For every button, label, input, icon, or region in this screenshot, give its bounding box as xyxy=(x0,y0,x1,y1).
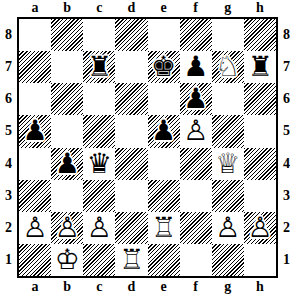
black-queen-c4[interactable]: ♛♛ xyxy=(83,148,115,180)
square-c3[interactable] xyxy=(83,180,115,212)
rank-label-2-right: 2 xyxy=(278,212,295,244)
square-a1[interactable] xyxy=(19,244,51,276)
file-label-a-bottom: a xyxy=(19,278,51,295)
square-h7[interactable]: ♜♜ xyxy=(244,51,276,83)
white-knight-g7[interactable]: ♞♘ xyxy=(212,51,244,83)
square-a8[interactable] xyxy=(19,19,51,51)
square-e8[interactable] xyxy=(148,19,180,51)
square-a3[interactable] xyxy=(19,180,51,212)
square-g1[interactable] xyxy=(212,244,244,276)
file-label-h-bottom: h xyxy=(244,278,276,295)
square-h1[interactable] xyxy=(244,244,276,276)
square-h8[interactable] xyxy=(244,19,276,51)
piece-glyph: ♜ xyxy=(244,51,276,83)
square-f3[interactable] xyxy=(180,180,212,212)
black-rook-c7[interactable]: ♜♜ xyxy=(83,51,115,83)
piece-glyph: ♙ xyxy=(51,212,83,244)
piece-glyph: ♟ xyxy=(180,83,212,115)
file-label-b-top: b xyxy=(51,0,83,16)
rank-label-8-left: 8 xyxy=(0,19,17,51)
file-labels-top: abcdefgh xyxy=(19,0,276,16)
board-frame: ♜♜♚♚♟♟♞♘♜♜♟♟♟♟♟♟♟♙♟♟♛♛♛♕♟♙♟♙♟♙♜♖♟♙♟♙♚♔♜♖ xyxy=(17,17,278,278)
square-a2[interactable]: ♟♙ xyxy=(19,212,51,244)
square-c6[interactable] xyxy=(83,83,115,115)
square-a4[interactable] xyxy=(19,148,51,180)
white-queen-g4[interactable]: ♛♕ xyxy=(212,148,244,180)
square-g4[interactable]: ♛♕ xyxy=(212,148,244,180)
file-label-d-top: d xyxy=(115,0,147,16)
square-d7[interactable] xyxy=(115,51,147,83)
piece-glyph: ♟ xyxy=(148,115,180,147)
square-b2[interactable]: ♟♙ xyxy=(51,212,83,244)
piece-glyph: ♔ xyxy=(51,244,83,276)
square-d5[interactable] xyxy=(115,115,147,147)
rank-labels-right: 87654321 xyxy=(278,19,295,276)
square-d2[interactable] xyxy=(115,212,147,244)
square-b4[interactable]: ♟♟ xyxy=(51,148,83,180)
square-d6[interactable] xyxy=(115,83,147,115)
black-pawn-f6[interactable]: ♟♟ xyxy=(180,83,212,115)
square-c5[interactable] xyxy=(83,115,115,147)
piece-glyph: ♙ xyxy=(180,115,212,147)
file-labels-bottom: abcdefgh xyxy=(19,278,276,295)
square-f8[interactable] xyxy=(180,19,212,51)
piece-glyph: ♙ xyxy=(83,212,115,244)
square-b6[interactable] xyxy=(51,83,83,115)
piece-glyph: ♖ xyxy=(148,212,180,244)
square-h5[interactable] xyxy=(244,115,276,147)
square-f4[interactable] xyxy=(180,148,212,180)
square-f7[interactable]: ♟♟ xyxy=(180,51,212,83)
black-pawn-e5[interactable]: ♟♟ xyxy=(148,115,180,147)
square-b7[interactable] xyxy=(51,51,83,83)
rank-label-3-left: 3 xyxy=(0,180,17,212)
piece-glyph: ♙ xyxy=(244,212,276,244)
black-rook-h7[interactable]: ♜♜ xyxy=(244,51,276,83)
square-e7[interactable]: ♚♚ xyxy=(148,51,180,83)
white-pawn-g2[interactable]: ♟♙ xyxy=(212,212,244,244)
square-d3[interactable] xyxy=(115,180,147,212)
rank-label-5-left: 5 xyxy=(0,115,17,147)
rank-label-6-left: 6 xyxy=(0,83,17,115)
rank-label-5-right: 5 xyxy=(278,115,295,147)
square-d8[interactable] xyxy=(115,19,147,51)
square-c7[interactable]: ♜♜ xyxy=(83,51,115,83)
square-h6[interactable] xyxy=(244,83,276,115)
square-g8[interactable] xyxy=(212,19,244,51)
black-king-e7[interactable]: ♚♚ xyxy=(148,51,180,83)
piece-glyph: ♟ xyxy=(19,115,51,147)
piece-glyph: ♘ xyxy=(212,51,244,83)
square-g6[interactable] xyxy=(212,83,244,115)
black-pawn-a5[interactable]: ♟♟ xyxy=(19,115,51,147)
file-label-c-top: c xyxy=(83,0,115,16)
file-label-b-bottom: b xyxy=(51,278,83,295)
rank-labels-left: 87654321 xyxy=(0,19,17,276)
square-c1[interactable] xyxy=(83,244,115,276)
white-rook-e2[interactable]: ♜♖ xyxy=(148,212,180,244)
file-label-h-top: h xyxy=(244,0,276,16)
square-g7[interactable]: ♞♘ xyxy=(212,51,244,83)
rank-label-8-right: 8 xyxy=(278,19,295,51)
file-label-f-top: f xyxy=(180,0,212,16)
square-c8[interactable] xyxy=(83,19,115,51)
white-pawn-c2[interactable]: ♟♙ xyxy=(83,212,115,244)
piece-glyph: ♟ xyxy=(51,148,83,180)
square-e1[interactable] xyxy=(148,244,180,276)
piece-glyph: ♛ xyxy=(83,148,115,180)
square-d4[interactable] xyxy=(115,148,147,180)
white-rook-d1[interactable]: ♜♖ xyxy=(115,244,147,276)
piece-glyph: ♙ xyxy=(212,212,244,244)
square-b5[interactable] xyxy=(51,115,83,147)
square-h2[interactable]: ♟♙ xyxy=(244,212,276,244)
square-h3[interactable] xyxy=(244,180,276,212)
white-pawn-h2[interactable]: ♟♙ xyxy=(244,212,276,244)
piece-glyph: ♙ xyxy=(19,212,51,244)
square-e3[interactable] xyxy=(148,180,180,212)
square-e4[interactable] xyxy=(148,148,180,180)
file-label-c-bottom: c xyxy=(83,278,115,295)
square-e6[interactable] xyxy=(148,83,180,115)
black-pawn-b4[interactable]: ♟♟ xyxy=(51,148,83,180)
piece-glyph: ♖ xyxy=(115,244,147,276)
black-pawn-f7[interactable]: ♟♟ xyxy=(180,51,212,83)
square-e5[interactable]: ♟♟ xyxy=(148,115,180,147)
white-king-b1[interactable]: ♚♔ xyxy=(51,244,83,276)
rank-label-2-left: 2 xyxy=(0,212,17,244)
white-pawn-b2[interactable]: ♟♙ xyxy=(51,212,83,244)
square-d1[interactable]: ♜♖ xyxy=(115,244,147,276)
white-pawn-a2[interactable]: ♟♙ xyxy=(19,212,51,244)
square-f5[interactable]: ♟♙ xyxy=(180,115,212,147)
rank-label-4-left: 4 xyxy=(0,148,17,180)
square-g5[interactable] xyxy=(212,115,244,147)
rank-label-1-right: 1 xyxy=(278,244,295,276)
file-label-a-top: a xyxy=(19,0,51,16)
square-b3[interactable] xyxy=(51,180,83,212)
square-b8[interactable] xyxy=(51,19,83,51)
square-f6[interactable]: ♟♟ xyxy=(180,83,212,115)
rank-label-7-left: 7 xyxy=(0,51,17,83)
chess-diagram: abcdefgh 87654321 ♜♜♚♚♟♟♞♘♜♜♟♟♟♟♟♟♟♙♟♟♛♛… xyxy=(0,0,295,295)
square-c4[interactable]: ♛♛ xyxy=(83,148,115,180)
piece-glyph: ♟ xyxy=(180,51,212,83)
square-a6[interactable] xyxy=(19,83,51,115)
piece-glyph: ♚ xyxy=(148,51,180,83)
square-a5[interactable]: ♟♟ xyxy=(19,115,51,147)
rank-label-6-right: 6 xyxy=(278,83,295,115)
file-label-e-top: e xyxy=(148,0,180,16)
square-f2[interactable] xyxy=(180,212,212,244)
square-b1[interactable]: ♚♔ xyxy=(51,244,83,276)
square-g2[interactable]: ♟♙ xyxy=(212,212,244,244)
piece-glyph: ♕ xyxy=(212,148,244,180)
file-label-f-bottom: f xyxy=(180,278,212,295)
file-label-e-bottom: e xyxy=(148,278,180,295)
file-label-g-top: g xyxy=(212,0,244,16)
white-pawn-f5[interactable]: ♟♙ xyxy=(180,115,212,147)
rank-label-4-right: 4 xyxy=(278,148,295,180)
square-h4[interactable] xyxy=(244,148,276,180)
file-label-g-bottom: g xyxy=(212,278,244,295)
square-g3[interactable] xyxy=(212,180,244,212)
square-a7[interactable] xyxy=(19,51,51,83)
piece-glyph: ♜ xyxy=(83,51,115,83)
rank-label-3-right: 3 xyxy=(278,180,295,212)
square-f1[interactable] xyxy=(180,244,212,276)
square-c2[interactable]: ♟♙ xyxy=(83,212,115,244)
chess-board: ♜♜♚♚♟♟♞♘♜♜♟♟♟♟♟♟♟♙♟♟♛♛♛♕♟♙♟♙♟♙♜♖♟♙♟♙♚♔♜♖ xyxy=(19,19,276,276)
rank-label-7-right: 7 xyxy=(278,51,295,83)
rank-label-1-left: 1 xyxy=(0,244,17,276)
file-label-d-bottom: d xyxy=(115,278,147,295)
square-e2[interactable]: ♜♖ xyxy=(148,212,180,244)
